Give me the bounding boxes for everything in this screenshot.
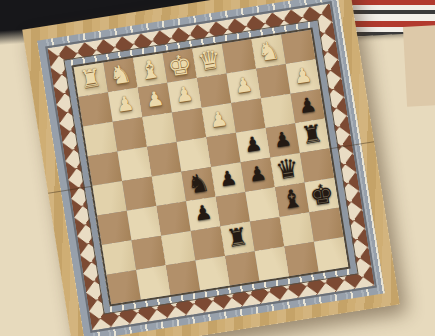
white-pawn-c2: ♟ <box>233 74 254 97</box>
board-oak-frame: ♜♞♝♚♛♞♟♟♟♟♟♟♟♟♟♜♞♟♟♛♟♝♚♜ <box>22 0 400 336</box>
square-e8 <box>195 256 229 290</box>
white-bishop-f1: ♝ <box>137 55 163 83</box>
background-wall <box>403 25 435 107</box>
white-pawn-g2: ♟ <box>115 92 136 115</box>
black-knight-e5: ♞ <box>185 169 211 197</box>
board-inlay-band-outer: ♜♞♝♚♛♞♟♟♟♟♟♟♟♟♟♜♞♟♟♛♟♝♚♜ <box>37 0 385 336</box>
square-h4 <box>88 151 122 185</box>
square-d3: ♟ <box>202 103 236 137</box>
white-pawn-e2: ♟ <box>174 83 195 106</box>
white-pawn-d3: ♟ <box>208 108 229 131</box>
square-g6 <box>127 206 161 240</box>
black-pawn-c5: ♟ <box>247 163 268 186</box>
square-b7 <box>280 212 314 246</box>
white-queen-d1: ♛ <box>196 45 223 74</box>
square-d2 <box>197 73 231 107</box>
square-g7 <box>131 236 165 270</box>
square-f3 <box>142 112 176 146</box>
square-a1 <box>281 30 315 64</box>
square-e6: ♟ <box>186 197 220 231</box>
square-g3 <box>113 117 147 151</box>
square-e5: ♞ <box>181 167 215 201</box>
black-pawn-e6: ♟ <box>193 202 214 225</box>
square-d7: ♜ <box>220 222 254 256</box>
square-f5 <box>152 172 186 206</box>
black-bishop-b6: ♝ <box>279 185 305 213</box>
black-pawn-c4: ♟ <box>243 133 264 156</box>
black-pawn-b4: ♟ <box>272 128 293 151</box>
white-rook-h1: ♜ <box>78 65 103 92</box>
square-c1 <box>222 39 256 73</box>
white-pawn-f2: ♟ <box>144 88 165 111</box>
square-h7 <box>102 240 136 274</box>
white-pawn-a2: ♟ <box>292 64 313 87</box>
square-g5 <box>122 176 156 210</box>
black-pawn-d5: ♟ <box>218 167 239 190</box>
square-c7 <box>250 217 284 251</box>
square-a6: ♚ <box>305 178 339 212</box>
board-inlay-band-inner: ♜♞♝♚♛♞♟♟♟♟♟♟♟♟♟♜♞♟♟♛♟♝♚♜ <box>63 19 358 314</box>
square-h3 <box>83 122 117 156</box>
chess-board: ♜♞♝♚♛♞♟♟♟♟♟♟♟♟♟♜♞♟♟♛♟♝♚♜ <box>22 0 400 336</box>
square-f4 <box>147 142 181 176</box>
black-queen-b5: ♛ <box>274 154 301 183</box>
white-knight-g1: ♞ <box>107 60 133 88</box>
square-a7 <box>309 207 343 241</box>
square-b2 <box>256 64 290 98</box>
board-diamond-mosaic-border: ♜♞♝♚♛♞♟♟♟♟♟♟♟♟♟♜♞♟♟♛♟♝♚♜ <box>45 1 377 333</box>
square-e1: ♚ <box>163 48 197 82</box>
square-g2: ♟ <box>108 87 142 121</box>
square-a2: ♟ <box>286 59 320 93</box>
square-c2: ♟ <box>227 69 261 103</box>
square-f1: ♝ <box>133 53 167 87</box>
black-rook-a4: ♜ <box>300 121 325 148</box>
square-h6 <box>97 211 131 245</box>
square-a3: ♟ <box>291 89 325 123</box>
square-c8 <box>255 247 289 281</box>
board-squares-grid: ♜♞♝♚♛♞♟♟♟♟♟♟♟♟♟♜♞♟♟♛♟♝♚♜ <box>71 27 350 306</box>
square-a8 <box>314 237 348 271</box>
square-c6 <box>245 187 279 221</box>
square-h2 <box>78 92 112 126</box>
square-b6: ♝ <box>275 183 309 217</box>
square-d5: ♟ <box>211 162 245 196</box>
square-b8 <box>284 242 318 276</box>
square-c4: ♟ <box>236 128 270 162</box>
white-knight-b1: ♞ <box>255 36 281 64</box>
square-a4: ♜ <box>295 119 329 153</box>
square-f8 <box>166 261 200 295</box>
square-h5 <box>92 181 126 215</box>
square-h8 <box>107 270 141 304</box>
square-d6 <box>216 192 250 226</box>
square-d4 <box>206 133 240 167</box>
square-e7 <box>191 226 225 260</box>
square-c3 <box>231 98 265 132</box>
square-g4 <box>117 147 151 181</box>
black-king-a6: ♚ <box>308 179 336 209</box>
square-h1: ♜ <box>74 63 108 97</box>
square-e2: ♟ <box>167 78 201 112</box>
black-pawn-a3: ♟ <box>297 94 318 117</box>
square-b3 <box>261 94 295 128</box>
photo-scene: ♜♞♝♚♛♞♟♟♟♟♟♟♟♟♟♜♞♟♟♛♟♝♚♜ <box>0 0 435 336</box>
square-d8 <box>225 251 259 285</box>
square-c5: ♟ <box>241 158 275 192</box>
square-b1: ♞ <box>251 34 285 68</box>
square-e3 <box>172 108 206 142</box>
square-f6 <box>156 201 190 235</box>
black-rook-d7: ♜ <box>225 224 250 251</box>
square-f2: ♟ <box>138 83 172 117</box>
square-g8 <box>136 265 170 299</box>
square-g1: ♞ <box>103 58 137 92</box>
square-f7 <box>161 231 195 265</box>
square-d1: ♛ <box>192 44 226 78</box>
white-king-e1: ♚ <box>166 49 194 79</box>
